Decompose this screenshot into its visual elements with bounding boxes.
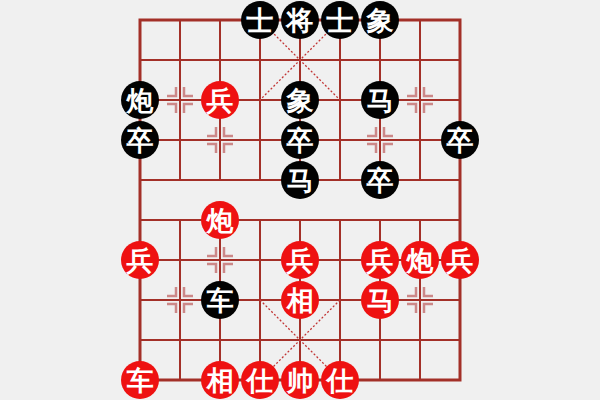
piece-red-advisor[interactable]: 仕 (321, 361, 359, 399)
piece-black-cannon[interactable]: 炮 (121, 81, 159, 119)
piece-red-soldier[interactable]: 兵 (281, 241, 319, 279)
piece-black-chariot[interactable]: 车 (201, 281, 239, 319)
piece-red-horse[interactable]: 马 (361, 281, 399, 319)
piece-red-soldier[interactable]: 兵 (121, 241, 159, 279)
piece-red-elephant[interactable]: 相 (201, 361, 239, 399)
piece-black-soldier[interactable]: 卒 (281, 121, 319, 159)
piece-black-elephant[interactable]: 象 (361, 1, 399, 39)
piece-red-cannon[interactable]: 炮 (201, 201, 239, 239)
piece-red-cannon[interactable]: 炮 (401, 241, 439, 279)
piece-black-soldier[interactable]: 卒 (121, 121, 159, 159)
piece-layer: 士将士象炮兵象马卒卒卒马卒炮兵兵兵炮兵车相马车相仕帅仕 (120, 0, 480, 400)
piece-black-advisor[interactable]: 士 (241, 1, 279, 39)
xiangqi-screenshot: 士将士象炮兵象马卒卒卒马卒炮兵兵兵炮兵车相马车相仕帅仕 (0, 0, 600, 400)
piece-black-elephant[interactable]: 象 (281, 81, 319, 119)
piece-black-advisor[interactable]: 士 (321, 1, 359, 39)
piece-black-soldier[interactable]: 卒 (441, 121, 479, 159)
piece-red-soldier[interactable]: 兵 (361, 241, 399, 279)
piece-red-elephant[interactable]: 相 (281, 281, 319, 319)
piece-red-general[interactable]: 帅 (281, 361, 319, 399)
piece-black-horse[interactable]: 马 (281, 161, 319, 199)
piece-black-soldier[interactable]: 卒 (361, 161, 399, 199)
piece-black-general[interactable]: 将 (281, 1, 319, 39)
piece-black-horse[interactable]: 马 (361, 81, 399, 119)
piece-red-chariot[interactable]: 车 (121, 361, 159, 399)
piece-red-soldier[interactable]: 兵 (441, 241, 479, 279)
piece-red-soldier[interactable]: 兵 (201, 81, 239, 119)
piece-red-advisor[interactable]: 仕 (241, 361, 279, 399)
